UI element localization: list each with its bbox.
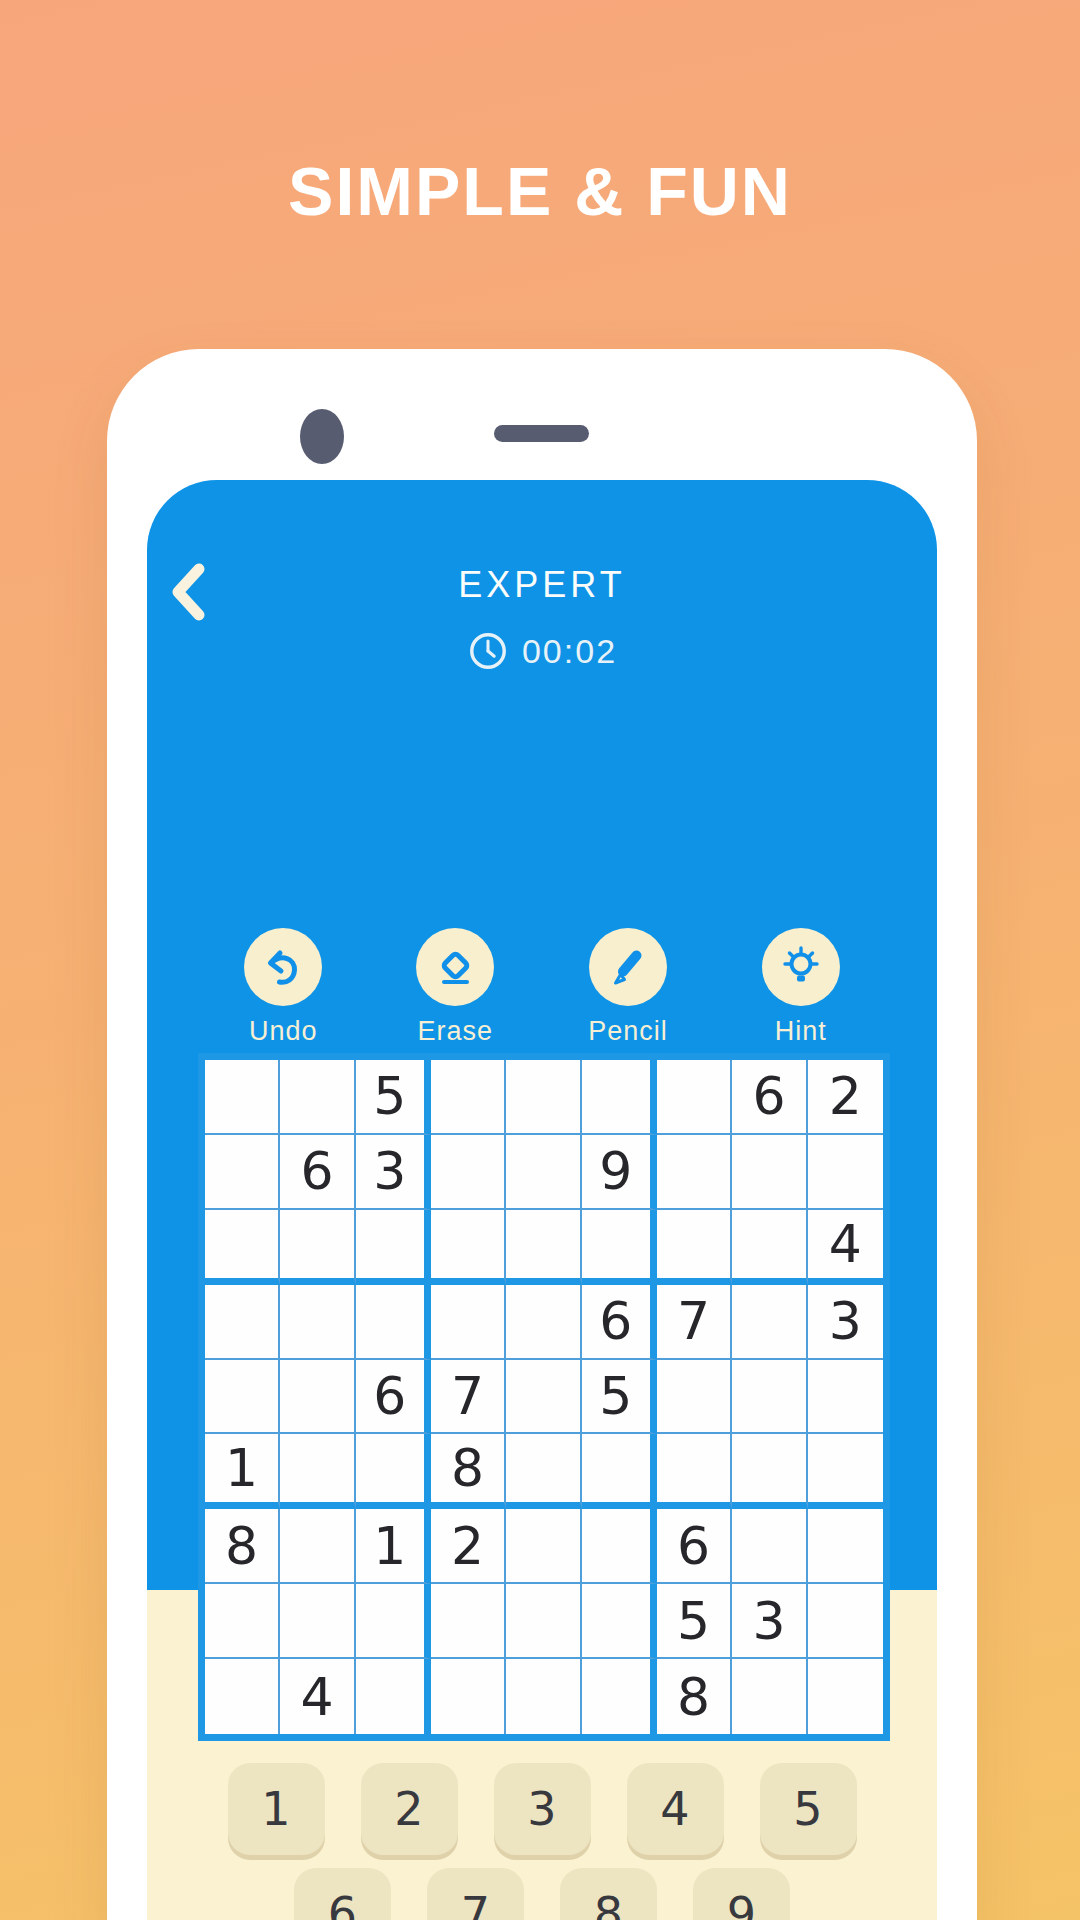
sudoku-cell-r8c1[interactable] <box>205 1584 280 1659</box>
numpad-row-1: 12345 <box>147 1763 937 1855</box>
sudoku-cell-r1c7[interactable] <box>657 1060 732 1135</box>
numpad-key-6[interactable]: 6 <box>294 1868 391 1920</box>
numpad-key-8[interactable]: 8 <box>560 1868 657 1920</box>
sudoku-cell-r4c6[interactable]: 6 <box>582 1285 657 1360</box>
sudoku-cell-r2c8[interactable] <box>732 1135 807 1210</box>
sudoku-cell-r5c9[interactable] <box>808 1360 883 1435</box>
sudoku-cell-r8c5[interactable] <box>506 1584 581 1659</box>
sudoku-cell-r4c5[interactable] <box>506 1285 581 1360</box>
sudoku-cell-r9c1[interactable] <box>205 1659 280 1734</box>
camera-dot <box>300 409 344 464</box>
sudoku-cell-r8c3[interactable] <box>356 1584 431 1659</box>
hint-label: Hint <box>775 1016 827 1047</box>
sudoku-cell-r2c2[interactable]: 6 <box>280 1135 355 1210</box>
sudoku-cell-r2c1[interactable] <box>205 1135 280 1210</box>
sudoku-cell-r1c1[interactable] <box>205 1060 280 1135</box>
sudoku-cell-r3c3[interactable] <box>356 1210 431 1285</box>
sudoku-cell-r9c2[interactable]: 4 <box>280 1659 355 1734</box>
pencil-label: Pencil <box>588 1016 668 1047</box>
sudoku-cell-r5c7[interactable] <box>657 1360 732 1435</box>
sudoku-cell-r1c6[interactable] <box>582 1060 657 1135</box>
sudoku-cell-r3c8[interactable] <box>732 1210 807 1285</box>
sudoku-cell-r4c4[interactable] <box>431 1285 506 1360</box>
numpad-key-3[interactable]: 3 <box>494 1763 591 1855</box>
sudoku-cell-r8c4[interactable] <box>431 1584 506 1659</box>
undo-arrow-icon <box>261 945 305 989</box>
sudoku-cell-r5c8[interactable] <box>732 1360 807 1435</box>
sudoku-cell-r7c6[interactable] <box>582 1509 657 1584</box>
sudoku-cell-r5c1[interactable] <box>205 1360 280 1435</box>
sudoku-cell-r4c7[interactable]: 7 <box>657 1285 732 1360</box>
numpad-key-4[interactable]: 4 <box>627 1763 724 1855</box>
sudoku-cell-r2c4[interactable] <box>431 1135 506 1210</box>
numpad-key-5[interactable]: 5 <box>760 1763 857 1855</box>
sudoku-cell-r8c2[interactable] <box>280 1584 355 1659</box>
timer-value: 00:02 <box>522 632 617 671</box>
erase-button[interactable]: Erase <box>416 928 494 1047</box>
sudoku-cell-r8c9[interactable] <box>808 1584 883 1659</box>
erase-circle <box>416 928 494 1006</box>
sudoku-cell-r3c5[interactable] <box>506 1210 581 1285</box>
sudoku-cell-r6c7[interactable] <box>657 1434 732 1509</box>
sudoku-cell-r4c3[interactable] <box>356 1285 431 1360</box>
sudoku-cell-r6c5[interactable] <box>506 1434 581 1509</box>
sudoku-cell-r2c9[interactable] <box>808 1135 883 1210</box>
numpad-key-7[interactable]: 7 <box>427 1868 524 1920</box>
sudoku-cell-r9c7[interactable]: 8 <box>657 1659 732 1734</box>
sudoku-cell-r7c7[interactable]: 6 <box>657 1509 732 1584</box>
sudoku-cell-r3c1[interactable] <box>205 1210 280 1285</box>
sudoku-cell-r7c4[interactable]: 2 <box>431 1509 506 1584</box>
eraser-icon <box>432 944 478 990</box>
sudoku-cell-r5c4[interactable]: 7 <box>431 1360 506 1435</box>
timer: 00:02 <box>147 630 937 672</box>
sudoku-cell-r5c3[interactable]: 6 <box>356 1360 431 1435</box>
sudoku-cell-r1c3[interactable]: 5 <box>356 1060 431 1135</box>
sudoku-cell-r9c6[interactable] <box>582 1659 657 1734</box>
sudoku-cell-r1c9[interactable]: 2 <box>808 1060 883 1135</box>
sudoku-cell-r7c1[interactable]: 8 <box>205 1509 280 1584</box>
sudoku-cell-r9c8[interactable] <box>732 1659 807 1734</box>
sudoku-board: 56263946736751881265348 <box>198 1053 890 1741</box>
sudoku-cell-r6c4[interactable]: 8 <box>431 1434 506 1509</box>
sudoku-cell-r1c2[interactable] <box>280 1060 355 1135</box>
numpad-row-2: 6789 <box>147 1868 937 1920</box>
hero-title: SIMPLE & FUN <box>0 152 1080 230</box>
toolbar: Undo Erase <box>147 928 937 1047</box>
sudoku-cell-r9c3[interactable] <box>356 1659 431 1734</box>
sudoku-cell-r5c6[interactable]: 5 <box>582 1360 657 1435</box>
sudoku-cell-r8c8[interactable]: 3 <box>732 1584 807 1659</box>
undo-label: Undo <box>249 1016 318 1047</box>
sudoku-cell-r4c2[interactable] <box>280 1285 355 1360</box>
sudoku-cell-r6c1[interactable]: 1 <box>205 1434 280 1509</box>
lightbulb-icon <box>778 944 824 990</box>
hint-button[interactable]: Hint <box>762 928 840 1047</box>
sudoku-cell-r6c8[interactable] <box>732 1434 807 1509</box>
erase-label: Erase <box>417 1016 493 1047</box>
sudoku-cell-r2c7[interactable] <box>657 1135 732 1210</box>
sudoku-cell-r3c6[interactable] <box>582 1210 657 1285</box>
sudoku-cell-r9c4[interactable] <box>431 1659 506 1734</box>
sudoku-cell-r4c9[interactable]: 3 <box>808 1285 883 1360</box>
sudoku-cell-r3c4[interactable] <box>431 1210 506 1285</box>
sudoku-cell-r5c5[interactable] <box>506 1360 581 1435</box>
sudoku-cell-r7c2[interactable] <box>280 1509 355 1584</box>
numpad-key-9[interactable]: 9 <box>693 1868 790 1920</box>
sudoku-cell-r9c5[interactable] <box>506 1659 581 1734</box>
sudoku-cell-r1c8[interactable]: 6 <box>732 1060 807 1135</box>
sudoku-cell-r6c6[interactable] <box>582 1434 657 1509</box>
sudoku-cell-r4c8[interactable] <box>732 1285 807 1360</box>
sudoku-cell-r2c5[interactable] <box>506 1135 581 1210</box>
sudoku-cell-r6c9[interactable] <box>808 1434 883 1509</box>
sudoku-cell-r2c3[interactable]: 3 <box>356 1135 431 1210</box>
pencil-circle <box>589 928 667 1006</box>
sudoku-cell-r7c5[interactable] <box>506 1509 581 1584</box>
sudoku-cell-r6c3[interactable] <box>356 1434 431 1509</box>
sudoku-cell-r8c6[interactable] <box>582 1584 657 1659</box>
sudoku-cell-r3c2[interactable] <box>280 1210 355 1285</box>
sudoku-cell-r7c3[interactable]: 1 <box>356 1509 431 1584</box>
undo-circle <box>244 928 322 1006</box>
sudoku-cell-r3c7[interactable] <box>657 1210 732 1285</box>
sudoku-cell-r2c6[interactable]: 9 <box>582 1135 657 1210</box>
sudoku-cell-r6c2[interactable] <box>280 1434 355 1509</box>
sudoku-cell-r1c5[interactable] <box>506 1060 581 1135</box>
sudoku-cell-r8c7[interactable]: 5 <box>657 1584 732 1659</box>
numpad-key-2[interactable]: 2 <box>361 1763 458 1855</box>
sudoku-cell-r7c9[interactable] <box>808 1509 883 1584</box>
sudoku-cell-r3c9[interactable]: 4 <box>808 1210 883 1285</box>
pencil-button[interactable]: Pencil <box>588 928 668 1047</box>
numpad-key-1[interactable]: 1 <box>228 1763 325 1855</box>
undo-button[interactable]: Undo <box>244 928 322 1047</box>
sudoku-cell-r9c9[interactable] <box>808 1659 883 1734</box>
difficulty-label: EXPERT <box>147 564 937 606</box>
pencil-icon <box>605 944 651 990</box>
sudoku-cell-r4c1[interactable] <box>205 1285 280 1360</box>
sudoku-cell-r5c2[interactable] <box>280 1360 355 1435</box>
sudoku-cell-r1c4[interactable] <box>431 1060 506 1135</box>
speaker-bar <box>494 425 589 442</box>
page-background: SIMPLE & FUN EXPERT 00:02 <box>0 0 1080 1920</box>
clock-icon <box>467 630 509 672</box>
hint-circle <box>762 928 840 1006</box>
sudoku-cell-r7c8[interactable] <box>732 1509 807 1584</box>
